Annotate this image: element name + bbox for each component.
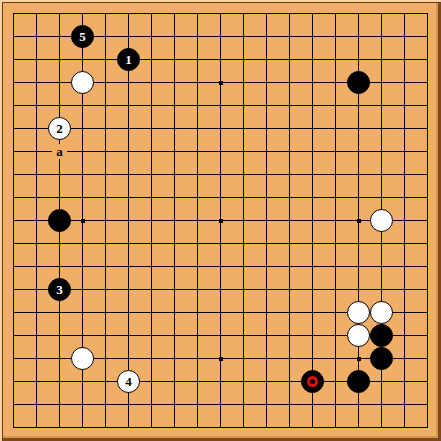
white-stone bbox=[71, 71, 94, 94]
white-stone bbox=[71, 347, 94, 370]
star-point bbox=[357, 357, 361, 361]
star-point bbox=[219, 219, 223, 223]
black-stone bbox=[347, 370, 370, 393]
black-stone-3: 3 bbox=[48, 278, 71, 301]
white-stone bbox=[370, 209, 393, 232]
white-stone bbox=[370, 301, 393, 324]
star-point bbox=[219, 357, 223, 361]
black-stone bbox=[370, 324, 393, 347]
star-point bbox=[219, 81, 223, 85]
white-stone bbox=[347, 324, 370, 347]
black-stone-5: 5 bbox=[71, 25, 94, 48]
black-stone bbox=[301, 370, 324, 393]
white-stone-2: 2 bbox=[48, 117, 71, 140]
point-label-a: a bbox=[52, 144, 67, 159]
black-stone bbox=[370, 347, 393, 370]
black-stone-1: 1 bbox=[117, 48, 140, 71]
circle-marker-icon bbox=[307, 376, 318, 387]
black-stone bbox=[48, 209, 71, 232]
black-stone bbox=[347, 71, 370, 94]
star-point bbox=[81, 219, 85, 223]
white-stone bbox=[347, 301, 370, 324]
star-point bbox=[357, 219, 361, 223]
go-board: a51324 bbox=[0, 0, 441, 441]
white-stone-4: 4 bbox=[117, 370, 140, 393]
